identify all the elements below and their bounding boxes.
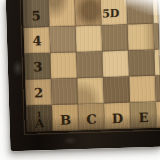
square-A1: 1A (26, 105, 53, 132)
square-C3 (76, 51, 103, 78)
game-board: 55D4321ABCDE (6, 0, 160, 151)
photo-background: 55D4321ABCDE (0, 0, 160, 160)
square-B3 (50, 52, 77, 79)
square-C1: C (78, 103, 105, 130)
file-label-A: A (35, 117, 45, 129)
square-B1: B (52, 104, 79, 131)
square-B4 (50, 26, 77, 53)
square-A5: 5 (23, 0, 50, 28)
square-C2 (77, 77, 104, 104)
square-A3: 3 (24, 53, 51, 80)
corner-label-A1: 1A (35, 110, 45, 129)
square-D1: D (104, 103, 131, 130)
file-label-B: B (60, 113, 71, 126)
square-E3 (128, 50, 155, 77)
file-label-D: D (112, 111, 124, 124)
square-E2 (129, 76, 156, 103)
rank-label-3: 3 (33, 60, 42, 73)
square-D3 (102, 51, 129, 78)
rank-label-5: 5 (31, 9, 40, 22)
square-F5 (153, 0, 159, 24)
square-F4 (154, 24, 160, 50)
stamp-label: 5D (102, 7, 119, 19)
square-B2 (51, 78, 78, 105)
square-D5: 5D (101, 0, 128, 25)
square-A2: 2 (25, 79, 52, 106)
square-D4 (102, 25, 129, 52)
square-F1 (156, 102, 160, 128)
square-F2 (155, 76, 160, 102)
square-E1: E (130, 102, 157, 129)
square-C4 (76, 25, 103, 52)
square-E4 (128, 24, 155, 51)
square-D2 (103, 77, 130, 104)
square-A4: 4 (24, 27, 51, 54)
square-E5 (127, 0, 154, 25)
square-C5 (75, 0, 102, 26)
rank-label-4: 4 (32, 34, 41, 47)
file-label-E: E (138, 111, 148, 124)
square-F3 (154, 50, 160, 76)
file-label-C: C (86, 112, 97, 125)
square-B5 (49, 0, 76, 27)
rank-label-2: 2 (34, 86, 43, 99)
board-grid: 55D4321ABCDE (23, 0, 160, 132)
